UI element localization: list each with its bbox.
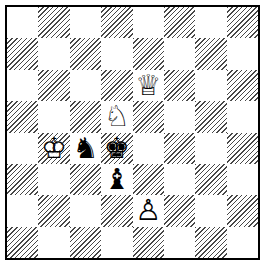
square-f3[interactable] (164, 164, 195, 195)
square-g7[interactable] (195, 38, 226, 69)
square-b6[interactable] (38, 70, 69, 101)
square-b8[interactable] (38, 7, 69, 38)
square-e6[interactable]: ♛♕ (133, 70, 164, 101)
square-h3[interactable] (227, 164, 258, 195)
square-d8[interactable] (101, 7, 132, 38)
square-f2[interactable] (164, 195, 195, 226)
square-a3[interactable] (7, 164, 38, 195)
square-g1[interactable] (195, 227, 226, 258)
square-c1[interactable] (70, 227, 101, 258)
square-h1[interactable] (227, 227, 258, 258)
black-bishop[interactable]: ♝ (101, 164, 132, 195)
black-king[interactable]: ♚ (101, 133, 132, 164)
square-g6[interactable] (195, 70, 226, 101)
square-f1[interactable] (164, 227, 195, 258)
board-frame: ♛♕♞♘♚♔♞♚♝♟♙ (5, 5, 260, 260)
square-g3[interactable] (195, 164, 226, 195)
square-c8[interactable] (70, 7, 101, 38)
white-knight[interactable]: ♘ (101, 101, 132, 132)
square-h2[interactable] (227, 195, 258, 226)
square-h6[interactable] (227, 70, 258, 101)
square-b4[interactable]: ♚♔ (38, 133, 69, 164)
square-b1[interactable] (38, 227, 69, 258)
square-a6[interactable] (7, 70, 38, 101)
square-b5[interactable] (38, 101, 69, 132)
square-c7[interactable] (70, 38, 101, 69)
square-g8[interactable] (195, 7, 226, 38)
square-g4[interactable] (195, 133, 226, 164)
white-queen[interactable]: ♕ (133, 70, 164, 101)
square-f6[interactable] (164, 70, 195, 101)
square-e4[interactable] (133, 133, 164, 164)
square-b2[interactable] (38, 195, 69, 226)
square-e3[interactable] (133, 164, 164, 195)
square-e1[interactable] (133, 227, 164, 258)
square-e2[interactable]: ♟♙ (133, 195, 164, 226)
square-g5[interactable] (195, 101, 226, 132)
square-d5[interactable]: ♞♘ (101, 101, 132, 132)
square-f8[interactable] (164, 7, 195, 38)
square-c2[interactable] (70, 195, 101, 226)
square-e5[interactable] (133, 101, 164, 132)
square-f4[interactable] (164, 133, 195, 164)
square-a8[interactable] (7, 7, 38, 38)
square-e7[interactable] (133, 38, 164, 69)
square-e8[interactable] (133, 7, 164, 38)
square-a2[interactable] (7, 195, 38, 226)
chess-diagram: ♛♕♞♘♚♔♞♚♝♟♙ (0, 0, 267, 266)
square-c5[interactable] (70, 101, 101, 132)
square-h7[interactable] (227, 38, 258, 69)
square-d1[interactable] (101, 227, 132, 258)
square-d3[interactable]: ♝ (101, 164, 132, 195)
square-h8[interactable] (227, 7, 258, 38)
square-d2[interactable] (101, 195, 132, 226)
square-c6[interactable] (70, 70, 101, 101)
square-d7[interactable] (101, 38, 132, 69)
square-h4[interactable] (227, 133, 258, 164)
square-f7[interactable] (164, 38, 195, 69)
square-d4[interactable]: ♚ (101, 133, 132, 164)
chess-board: ♛♕♞♘♚♔♞♚♝♟♙ (7, 7, 258, 258)
square-d6[interactable] (101, 70, 132, 101)
square-b3[interactable] (38, 164, 69, 195)
black-knight[interactable]: ♞ (70, 133, 101, 164)
square-f5[interactable] (164, 101, 195, 132)
square-g2[interactable] (195, 195, 226, 226)
white-king[interactable]: ♔ (38, 133, 69, 164)
square-h5[interactable] (227, 101, 258, 132)
square-b7[interactable] (38, 38, 69, 69)
square-a4[interactable] (7, 133, 38, 164)
square-a1[interactable] (7, 227, 38, 258)
square-c4[interactable]: ♞ (70, 133, 101, 164)
square-a7[interactable] (7, 38, 38, 69)
white-pawn[interactable]: ♙ (133, 195, 164, 226)
square-a5[interactable] (7, 101, 38, 132)
square-c3[interactable] (70, 164, 101, 195)
